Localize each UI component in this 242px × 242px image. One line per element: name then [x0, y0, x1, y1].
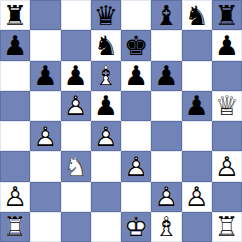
square-e6[interactable]: ♟ — [121, 61, 151, 91]
square-e5[interactable] — [121, 91, 151, 121]
piece-glyph: ♟ — [121, 61, 151, 91]
square-g1[interactable] — [182, 212, 212, 242]
piece-glyph: ♟ — [151, 61, 181, 91]
piece-glyph: ♟ — [30, 61, 60, 91]
piece-white-pawn[interactable]: ♟♙ — [151, 182, 181, 212]
piece-glyph-outline: ♙ — [91, 121, 121, 151]
piece-black-pawn[interactable]: ♟ — [151, 61, 181, 91]
piece-glyph-outline: ♙ — [151, 182, 181, 212]
square-e7[interactable]: ♚ — [121, 30, 151, 60]
piece-glyph: ♜ — [0, 0, 30, 30]
square-g2[interactable]: ♟♙ — [182, 182, 212, 212]
square-e3[interactable]: ♟♙ — [121, 151, 151, 181]
square-g5[interactable]: ♟ — [182, 91, 212, 121]
chess-board: ♜♛♝♞♜♟♞♚♟♟♟♝♗♟♟♟♙♟♟♛♕♟♙♟♙♞♘♟♙♟♙♟♙♟♙♟♙♜♖♚… — [0, 0, 242, 242]
piece-glyph-outline: ♖ — [0, 212, 30, 242]
square-a1[interactable]: ♜♖ — [0, 212, 30, 242]
square-d5[interactable]: ♟ — [91, 91, 121, 121]
square-d4[interactable]: ♟♙ — [91, 121, 121, 151]
piece-glyph: ♟ — [182, 91, 212, 121]
piece-white-bishop[interactable]: ♝♗ — [91, 61, 121, 91]
piece-glyph: ♛ — [91, 0, 121, 30]
piece-white-king[interactable]: ♚♔ — [121, 212, 151, 242]
square-f5[interactable] — [151, 91, 181, 121]
square-d1[interactable] — [91, 212, 121, 242]
square-f8[interactable]: ♝ — [151, 0, 181, 30]
square-g3[interactable] — [182, 151, 212, 181]
square-h7[interactable]: ♟ — [212, 30, 242, 60]
piece-black-bishop[interactable]: ♝ — [151, 0, 181, 30]
square-d3[interactable] — [91, 151, 121, 181]
piece-glyph: ♟ — [0, 30, 30, 60]
piece-glyph: ♟ — [61, 61, 91, 91]
piece-glyph: ♜ — [212, 0, 242, 30]
piece-black-rook[interactable]: ♜ — [212, 0, 242, 30]
piece-black-pawn[interactable]: ♟ — [61, 61, 91, 91]
square-c4[interactable] — [61, 121, 91, 151]
square-h1[interactable]: ♜♖ — [212, 212, 242, 242]
square-b2[interactable] — [30, 182, 60, 212]
square-c7[interactable] — [61, 30, 91, 60]
piece-white-pawn[interactable]: ♟♙ — [212, 151, 242, 181]
piece-black-king[interactable]: ♚ — [121, 30, 151, 60]
square-b6[interactable]: ♟ — [30, 61, 60, 91]
square-h4[interactable] — [212, 121, 242, 151]
piece-glyph-outline: ♘ — [61, 151, 91, 181]
piece-glyph-outline: ♗ — [91, 61, 121, 91]
square-h3[interactable]: ♟♙ — [212, 151, 242, 181]
square-a5[interactable] — [0, 91, 30, 121]
piece-black-pawn[interactable]: ♟ — [0, 30, 30, 60]
piece-black-queen[interactable]: ♛ — [91, 0, 121, 30]
square-b7[interactable] — [30, 30, 60, 60]
piece-black-pawn[interactable]: ♟ — [182, 91, 212, 121]
piece-glyph-outline: ♙ — [121, 151, 151, 181]
piece-glyph-outline: ♕ — [212, 91, 242, 121]
square-h5[interactable]: ♛♕ — [212, 91, 242, 121]
square-d8[interactable]: ♛ — [91, 0, 121, 30]
square-b4[interactable]: ♟♙ — [30, 121, 60, 151]
piece-glyph-outline: ♙ — [212, 151, 242, 181]
piece-black-rook[interactable]: ♜ — [0, 0, 30, 30]
square-g7[interactable] — [182, 30, 212, 60]
piece-glyph-outline: ♖ — [212, 212, 242, 242]
square-a8[interactable]: ♜ — [0, 0, 30, 30]
square-f2[interactable]: ♟♙ — [151, 182, 181, 212]
square-h8[interactable]: ♜ — [212, 0, 242, 30]
square-e8[interactable] — [121, 0, 151, 30]
square-g8[interactable]: ♞ — [182, 0, 212, 30]
piece-white-pawn[interactable]: ♟♙ — [30, 121, 60, 151]
piece-glyph-outline: ♙ — [182, 182, 212, 212]
piece-black-pawn[interactable]: ♟ — [91, 91, 121, 121]
square-c2[interactable] — [61, 182, 91, 212]
piece-glyph-outline: ♙ — [30, 121, 60, 151]
square-f7[interactable] — [151, 30, 181, 60]
piece-glyph-outline: ♔ — [121, 212, 151, 242]
piece-glyph: ♚ — [121, 30, 151, 60]
piece-black-pawn[interactable]: ♟ — [30, 61, 60, 91]
piece-glyph-outline: ♙ — [61, 91, 91, 121]
square-c3[interactable]: ♞♘ — [61, 151, 91, 181]
piece-glyph: ♞ — [182, 0, 212, 30]
piece-white-pawn[interactable]: ♟♙ — [91, 121, 121, 151]
square-a6[interactable] — [0, 61, 30, 91]
square-c6[interactable]: ♟ — [61, 61, 91, 91]
piece-glyph: ♟ — [91, 91, 121, 121]
piece-glyph-outline: ♗ — [151, 212, 181, 242]
piece-white-pawn[interactable]: ♟♙ — [61, 91, 91, 121]
square-a4[interactable] — [0, 121, 30, 151]
square-c8[interactable] — [61, 0, 91, 30]
square-d7[interactable]: ♞ — [91, 30, 121, 60]
piece-glyph: ♟ — [212, 30, 242, 60]
piece-white-rook[interactable]: ♜♖ — [212, 212, 242, 242]
piece-black-knight[interactable]: ♞ — [182, 0, 212, 30]
square-f1[interactable]: ♝♗ — [151, 212, 181, 242]
square-e1[interactable]: ♚♔ — [121, 212, 151, 242]
square-d2[interactable] — [91, 182, 121, 212]
square-b8[interactable] — [30, 0, 60, 30]
square-f6[interactable]: ♟ — [151, 61, 181, 91]
square-e2[interactable] — [121, 182, 151, 212]
piece-glyph: ♝ — [151, 0, 181, 30]
square-a3[interactable] — [0, 151, 30, 181]
square-b1[interactable] — [30, 212, 60, 242]
square-h2[interactable] — [212, 182, 242, 212]
piece-glyph: ♞ — [91, 30, 121, 60]
square-c5[interactable]: ♟♙ — [61, 91, 91, 121]
square-g6[interactable] — [182, 61, 212, 91]
square-d6[interactable]: ♝♗ — [91, 61, 121, 91]
piece-white-bishop[interactable]: ♝♗ — [151, 212, 181, 242]
square-g4[interactable] — [182, 121, 212, 151]
piece-white-pawn[interactable]: ♟♙ — [121, 151, 151, 181]
piece-white-knight[interactable]: ♞♘ — [61, 151, 91, 181]
piece-white-queen[interactable]: ♛♕ — [212, 91, 242, 121]
square-e4[interactable] — [121, 121, 151, 151]
piece-black-pawn[interactable]: ♟ — [212, 30, 242, 60]
piece-black-knight[interactable]: ♞ — [91, 30, 121, 60]
square-b5[interactable] — [30, 91, 60, 121]
square-f4[interactable] — [151, 121, 181, 151]
square-c1[interactable] — [61, 212, 91, 242]
square-h6[interactable] — [212, 61, 242, 91]
piece-white-pawn[interactable]: ♟♙ — [182, 182, 212, 212]
piece-white-rook[interactable]: ♜♖ — [0, 212, 30, 242]
square-a7[interactable]: ♟ — [0, 30, 30, 60]
piece-black-pawn[interactable]: ♟ — [121, 61, 151, 91]
square-f3[interactable] — [151, 151, 181, 181]
piece-white-pawn[interactable]: ♟♙ — [0, 182, 30, 212]
piece-glyph-outline: ♙ — [0, 182, 30, 212]
square-b3[interactable] — [30, 151, 60, 181]
square-a2[interactable]: ♟♙ — [0, 182, 30, 212]
